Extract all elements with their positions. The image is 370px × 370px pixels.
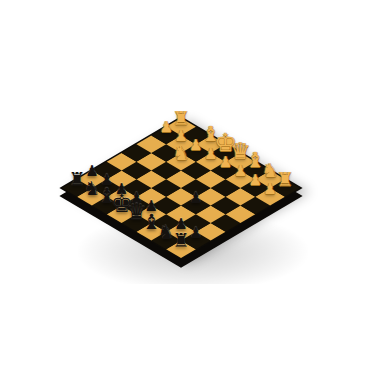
piece-white-rook-h1[interactable]: ♜ bbox=[172, 108, 189, 127]
piece-white-pawn-f2[interactable]: ♟ bbox=[189, 138, 202, 153]
piece-white-pawn-c2[interactable]: ♟ bbox=[234, 164, 247, 179]
piece-white-knight-f3[interactable]: ♞ bbox=[172, 143, 189, 162]
piece-white-rook-a1[interactable]: ♜ bbox=[276, 170, 293, 189]
chess-set-photo: ♜♞♝♛♚♝♞♜♟♟♟♟♟♟♟♟♞♟♟♟♟♟♟♟♟♜♞♝♛♚♝♜ bbox=[0, 0, 370, 370]
piece-white-pawn-d2[interactable]: ♟ bbox=[219, 156, 232, 171]
piece-black-rook-a8[interactable]: ♜ bbox=[172, 231, 189, 250]
piece-black-pawn-a7[interactable]: ♟ bbox=[189, 226, 202, 241]
pieces-layer: ♜♞♝♛♚♝♞♜♟♟♟♟♟♟♟♟♞♟♟♟♟♟♟♟♟♜♞♝♛♚♝♜ bbox=[0, 0, 370, 370]
piece-white-pawn-h2[interactable]: ♟ bbox=[159, 121, 172, 136]
piece-white-pawn-a2[interactable]: ♟ bbox=[263, 182, 276, 197]
piece-white-pawn-b2[interactable]: ♟ bbox=[249, 173, 262, 188]
piece-white-pawn-e2[interactable]: ♟ bbox=[204, 147, 217, 162]
piece-black-pawn-c5[interactable]: ♟ bbox=[189, 191, 202, 206]
